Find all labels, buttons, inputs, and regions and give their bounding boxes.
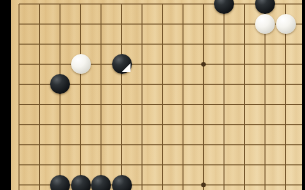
- black-stone[interactable]: [91, 175, 111, 190]
- last-move-triangle-marker: [122, 63, 131, 72]
- black-stone[interactable]: [71, 175, 91, 190]
- white-stone[interactable]: [71, 54, 91, 74]
- black-stone[interactable]: [112, 175, 132, 190]
- black-stone[interactable]: [50, 175, 70, 190]
- star-point: [201, 183, 206, 188]
- video-frame: [0, 0, 305, 190]
- black-stone[interactable]: [112, 54, 132, 74]
- star-point: [201, 62, 206, 67]
- white-stone[interactable]: [276, 14, 296, 34]
- go-board[interactable]: [11, 0, 302, 190]
- black-stone[interactable]: [50, 74, 70, 94]
- white-stone[interactable]: [255, 14, 275, 34]
